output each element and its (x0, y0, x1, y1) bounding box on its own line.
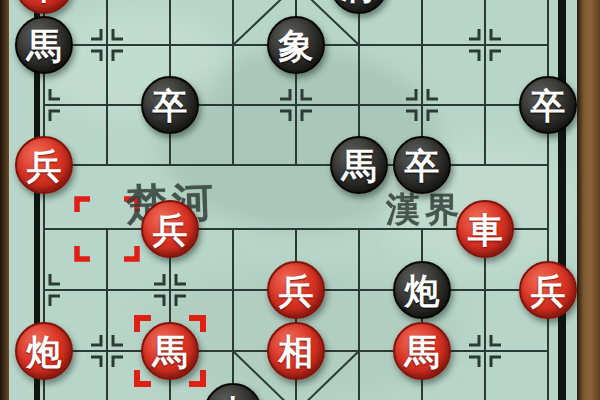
point-marker (469, 357, 479, 367)
point-marker (428, 111, 438, 121)
point-marker (280, 89, 290, 99)
xiangqi-board-window: 楚河 漢界 車將馬象卒卒兵馬卒兵車兵炮兵炮馬相馬車 (0, 0, 600, 400)
last-move-source-marker (77, 199, 90, 212)
point-marker (469, 51, 479, 61)
point-marker (113, 335, 123, 345)
point-marker (91, 51, 101, 61)
piece-red-soldier-3[interactable]: 兵 (267, 261, 325, 319)
point-marker (50, 274, 60, 284)
piece-red-horse-1[interactable]: 馬 (141, 322, 199, 380)
piece-black-elephant[interactable]: 象 (267, 16, 325, 74)
piece-red-chariot-2[interactable]: 車 (456, 200, 514, 258)
point-marker (50, 89, 60, 99)
piece-black-horse-2[interactable]: 馬 (330, 136, 388, 194)
point-marker (406, 111, 416, 121)
point-marker (91, 29, 101, 39)
piece-black-horse-1[interactable]: 馬 (15, 16, 73, 74)
point-marker (428, 89, 438, 99)
wood-frame-right (577, 0, 600, 400)
piece-black-cannon[interactable]: 炮 (393, 261, 451, 319)
point-marker (302, 111, 312, 121)
point-marker (113, 357, 123, 367)
last-move-dest-marker (189, 370, 203, 384)
last-move-source-marker (77, 246, 90, 259)
point-marker (469, 335, 479, 345)
point-marker (469, 29, 479, 39)
last-move-source-marker (124, 199, 137, 212)
point-marker (113, 29, 123, 39)
point-marker (302, 89, 312, 99)
piece-red-soldier-1[interactable]: 兵 (15, 136, 73, 194)
piece-red-cannon[interactable]: 炮 (15, 322, 73, 380)
piece-black-soldier-3[interactable]: 卒 (393, 136, 451, 194)
point-marker (176, 296, 186, 306)
point-marker (280, 111, 290, 121)
piece-red-soldier-2[interactable]: 兵 (141, 200, 199, 258)
point-marker (491, 51, 501, 61)
point-marker (491, 335, 501, 345)
piece-red-elephant[interactable]: 相 (267, 322, 325, 380)
piece-red-horse-2[interactable]: 馬 (393, 322, 451, 380)
point-marker (176, 274, 186, 284)
point-marker (406, 89, 416, 99)
piece-red-soldier-4[interactable]: 兵 (519, 261, 577, 319)
point-marker (50, 111, 60, 121)
last-move-dest-marker (189, 318, 203, 332)
point-marker (491, 357, 501, 367)
piece-black-soldier-1[interactable]: 卒 (141, 76, 199, 134)
point-marker (91, 357, 101, 367)
point-marker (50, 296, 60, 306)
point-marker (91, 335, 101, 345)
piece-black-soldier-2[interactable]: 卒 (519, 76, 577, 134)
point-marker (113, 51, 123, 61)
point-marker (154, 274, 164, 284)
point-marker (491, 29, 501, 39)
last-move-dest-marker (137, 370, 151, 384)
wood-frame-left (0, 0, 9, 400)
last-move-source-marker (124, 246, 137, 259)
point-marker (154, 296, 164, 306)
